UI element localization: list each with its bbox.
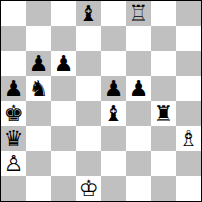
- white-rook: ♖: [129, 1, 149, 26]
- square-a7[interactable]: [1, 26, 26, 51]
- black-pawn: ♟: [104, 76, 124, 101]
- square-b5[interactable]: ♞: [26, 76, 51, 101]
- square-a8[interactable]: [1, 1, 26, 26]
- square-e6[interactable]: [101, 51, 126, 76]
- white-pawn: ♙: [4, 151, 24, 176]
- square-e8[interactable]: [101, 1, 126, 26]
- square-b2[interactable]: [26, 151, 51, 176]
- square-c2[interactable]: [51, 151, 76, 176]
- square-c6[interactable]: ♟: [51, 51, 76, 76]
- square-b3[interactable]: [26, 126, 51, 151]
- black-bishop: ♝: [104, 101, 124, 126]
- chess-diagram: ♝♖♟♟♟♞♟♟♚♝♜♛♗♙♔: [0, 0, 202, 202]
- square-f4[interactable]: [126, 101, 151, 126]
- square-a2[interactable]: ♙: [1, 151, 26, 176]
- black-knight: ♞: [29, 76, 49, 101]
- square-f1[interactable]: [126, 176, 151, 201]
- square-g2[interactable]: [151, 151, 176, 176]
- square-h8[interactable]: [176, 1, 201, 26]
- square-c8[interactable]: [51, 1, 76, 26]
- square-h5[interactable]: [176, 76, 201, 101]
- black-pawn: ♟: [29, 51, 49, 76]
- square-h1[interactable]: [176, 176, 201, 201]
- square-b7[interactable]: [26, 26, 51, 51]
- square-c5[interactable]: [51, 76, 76, 101]
- square-d6[interactable]: [76, 51, 101, 76]
- square-e4[interactable]: ♝: [101, 101, 126, 126]
- white-bishop: ♗: [179, 126, 199, 151]
- square-b4[interactable]: [26, 101, 51, 126]
- black-bishop: ♝: [79, 1, 99, 26]
- white-king: ♔: [79, 176, 99, 201]
- square-h6[interactable]: [176, 51, 201, 76]
- square-c3[interactable]: [51, 126, 76, 151]
- black-rook: ♜: [154, 101, 174, 126]
- square-a6[interactable]: [1, 51, 26, 76]
- square-d8[interactable]: ♝: [76, 1, 101, 26]
- square-g6[interactable]: [151, 51, 176, 76]
- square-b8[interactable]: [26, 1, 51, 26]
- square-d7[interactable]: [76, 26, 101, 51]
- square-g4[interactable]: ♜: [151, 101, 176, 126]
- square-d3[interactable]: [76, 126, 101, 151]
- black-king: ♚: [4, 101, 24, 126]
- square-f5[interactable]: ♟: [126, 76, 151, 101]
- square-c4[interactable]: [51, 101, 76, 126]
- square-d5[interactable]: [76, 76, 101, 101]
- square-d1[interactable]: ♔: [76, 176, 101, 201]
- square-h2[interactable]: [176, 151, 201, 176]
- square-g1[interactable]: [151, 176, 176, 201]
- square-f3[interactable]: [126, 126, 151, 151]
- square-b1[interactable]: [26, 176, 51, 201]
- square-g3[interactable]: [151, 126, 176, 151]
- square-e5[interactable]: ♟: [101, 76, 126, 101]
- black-pawn: ♟: [54, 51, 74, 76]
- square-h4[interactable]: [176, 101, 201, 126]
- square-a1[interactable]: [1, 176, 26, 201]
- square-a4[interactable]: ♚: [1, 101, 26, 126]
- square-a3[interactable]: ♛: [1, 126, 26, 151]
- black-queen: ♛: [4, 126, 24, 151]
- square-d2[interactable]: [76, 151, 101, 176]
- square-b6[interactable]: ♟: [26, 51, 51, 76]
- black-pawn: ♟: [4, 76, 24, 101]
- square-f6[interactable]: [126, 51, 151, 76]
- square-e3[interactable]: [101, 126, 126, 151]
- square-f7[interactable]: [126, 26, 151, 51]
- square-a5[interactable]: ♟: [1, 76, 26, 101]
- square-e2[interactable]: [101, 151, 126, 176]
- black-pawn: ♟: [129, 76, 149, 101]
- square-d4[interactable]: [76, 101, 101, 126]
- square-g7[interactable]: [151, 26, 176, 51]
- square-g5[interactable]: [151, 76, 176, 101]
- square-h7[interactable]: [176, 26, 201, 51]
- square-f2[interactable]: [126, 151, 151, 176]
- square-g8[interactable]: [151, 1, 176, 26]
- square-e1[interactable]: [101, 176, 126, 201]
- square-f8[interactable]: ♖: [126, 1, 151, 26]
- chess-board: ♝♖♟♟♟♞♟♟♚♝♜♛♗♙♔: [0, 0, 202, 202]
- square-c1[interactable]: [51, 176, 76, 201]
- square-c7[interactable]: [51, 26, 76, 51]
- square-e7[interactable]: [101, 26, 126, 51]
- square-h3[interactable]: ♗: [176, 126, 201, 151]
